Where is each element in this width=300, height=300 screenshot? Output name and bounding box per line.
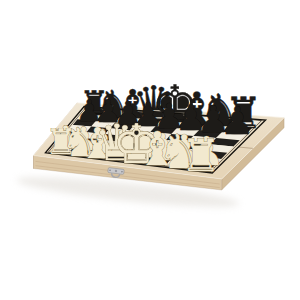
piece-black-pawn: ♟ [220, 99, 254, 143]
chess-set-product-photo: ♜♞♝♛♚♝♞♜♟♟♟♟♟♟♟♟♟♟♟♟♟♟♟♟♜♞♝♛♚♝♞♜ [0, 0, 300, 300]
chess-board-scene: ♜♞♝♛♚♝♞♜♟♟♟♟♟♟♟♟♟♟♟♟♟♟♟♟♜♞♝♛♚♝♞♜ [0, 0, 300, 300]
piece-white-rook: ♜ [180, 129, 220, 182]
